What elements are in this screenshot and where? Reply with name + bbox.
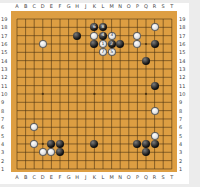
row-label-3: 3 xyxy=(179,149,182,155)
column-label-E: E xyxy=(50,174,53,180)
black-stone-Q4[interactable] xyxy=(142,140,150,148)
row-label-15: 15 xyxy=(1,49,7,55)
go-board[interactable]: 68421375 xyxy=(11,11,177,172)
row-label-5: 5 xyxy=(1,133,4,139)
column-label-D: D xyxy=(41,174,45,180)
row-label-2: 2 xyxy=(179,158,182,164)
white-stone-L16[interactable]: 1 xyxy=(99,40,107,48)
move-number: 6 xyxy=(93,25,96,30)
row-label-17: 17 xyxy=(179,33,185,39)
column-label-E: E xyxy=(50,3,53,9)
hoshi-point xyxy=(42,93,44,95)
move-number: 4 xyxy=(102,33,105,38)
column-label-O: O xyxy=(127,174,131,180)
column-label-Q: Q xyxy=(144,174,148,180)
column-label-N: N xyxy=(118,174,122,180)
row-label-11: 11 xyxy=(179,83,185,89)
row-label-13: 13 xyxy=(1,66,7,72)
column-label-N: N xyxy=(118,3,122,9)
go-app-window: ABCDEFGHJKLMNOPQRST ABCDEFGHJKLMNOPQRST … xyxy=(0,0,200,187)
hoshi-point xyxy=(42,143,44,145)
black-stone-R4[interactable] xyxy=(151,140,159,148)
column-label-Q: Q xyxy=(144,3,148,9)
row-label-6: 6 xyxy=(179,124,182,130)
row-label-1: 1 xyxy=(1,166,4,172)
row-label-5: 5 xyxy=(179,133,182,139)
row-label-19: 19 xyxy=(179,16,185,22)
row-label-11: 11 xyxy=(1,83,7,89)
row-label-10: 10 xyxy=(1,91,7,97)
hoshi-point xyxy=(145,43,147,45)
white-stone-R18[interactable] xyxy=(151,23,159,31)
row-label-12: 12 xyxy=(1,74,7,80)
row-label-1: 1 xyxy=(179,166,182,172)
row-label-9: 9 xyxy=(1,99,4,105)
row-label-3: 3 xyxy=(1,149,4,155)
column-label-C: C xyxy=(32,3,36,9)
column-label-M: M xyxy=(109,174,113,180)
black-stone-F4[interactable] xyxy=(56,140,64,148)
column-label-G: G xyxy=(67,174,71,180)
column-label-O: O xyxy=(127,3,131,9)
column-label-J: J xyxy=(85,174,86,180)
column-label-D: D xyxy=(41,3,45,9)
column-label-K: K xyxy=(93,174,96,180)
black-stone-L17[interactable]: 4 xyxy=(99,32,107,40)
column-label-A: A xyxy=(15,174,18,180)
column-label-R: R xyxy=(153,174,156,180)
column-label-T: T xyxy=(170,3,173,9)
hoshi-point xyxy=(93,93,95,95)
row-label-12: 12 xyxy=(179,74,185,80)
row-label-16: 16 xyxy=(179,41,185,47)
column-label-G: G xyxy=(67,3,71,9)
hoshi-point xyxy=(145,93,147,95)
column-label-F: F xyxy=(59,3,62,9)
black-stone-H17[interactable] xyxy=(73,32,81,40)
column-label-M: M xyxy=(109,3,113,9)
white-stone-R8[interactable] xyxy=(151,107,159,115)
column-label-L: L xyxy=(102,174,105,180)
column-label-P: P xyxy=(136,174,139,180)
row-label-2: 2 xyxy=(1,158,4,164)
column-label-J: J xyxy=(85,3,86,9)
board-panel: ABCDEFGHJKLMNOPQRST ABCDEFGHJKLMNOPQRST … xyxy=(0,3,189,184)
move-number: 7 xyxy=(102,50,105,55)
white-stone-M15[interactable]: 5 xyxy=(108,48,116,56)
white-stone-R5[interactable] xyxy=(151,132,159,140)
move-number: 5 xyxy=(110,50,113,55)
row-label-14: 14 xyxy=(179,58,185,64)
row-label-15: 15 xyxy=(179,49,185,55)
column-label-H: H xyxy=(75,174,79,180)
row-label-19: 19 xyxy=(1,16,7,22)
column-label-A: A xyxy=(15,3,18,9)
row-label-18: 18 xyxy=(1,24,7,30)
column-label-L: L xyxy=(102,3,105,9)
row-label-8: 8 xyxy=(179,108,182,114)
column-label-P: P xyxy=(136,3,139,9)
black-stone-R11[interactable] xyxy=(151,82,159,90)
row-label-13: 13 xyxy=(179,66,185,72)
row-label-10: 10 xyxy=(179,91,185,97)
move-number: 8 xyxy=(102,25,105,30)
move-number: 1 xyxy=(102,42,105,47)
row-label-7: 7 xyxy=(1,116,4,122)
row-label-17: 17 xyxy=(1,33,7,39)
white-stone-M17[interactable]: 3 xyxy=(108,32,116,40)
column-label-B: B xyxy=(24,174,27,180)
row-label-7: 7 xyxy=(179,116,182,122)
column-label-C: C xyxy=(32,174,36,180)
black-stone-Q14[interactable] xyxy=(142,57,150,65)
black-stone-M16[interactable]: 2 xyxy=(108,40,116,48)
white-stone-D16[interactable] xyxy=(39,40,47,48)
move-number: 3 xyxy=(110,33,113,38)
column-label-F: F xyxy=(59,174,62,180)
column-label-B: B xyxy=(24,3,27,9)
row-label-8: 8 xyxy=(1,108,4,114)
row-label-18: 18 xyxy=(179,24,185,30)
column-label-S: S xyxy=(162,3,165,9)
black-stone-R16[interactable] xyxy=(151,40,159,48)
row-label-6: 6 xyxy=(1,124,4,130)
column-label-K: K xyxy=(93,3,96,9)
row-label-9: 9 xyxy=(179,99,182,105)
column-label-R: R xyxy=(153,3,156,9)
row-label-16: 16 xyxy=(1,41,7,47)
column-label-H: H xyxy=(75,3,79,9)
row-label-4: 4 xyxy=(1,141,4,147)
row-label-14: 14 xyxy=(1,58,7,64)
column-label-S: S xyxy=(162,174,165,180)
row-label-4: 4 xyxy=(179,141,182,147)
column-label-T: T xyxy=(170,174,173,180)
move-number: 2 xyxy=(110,42,113,47)
